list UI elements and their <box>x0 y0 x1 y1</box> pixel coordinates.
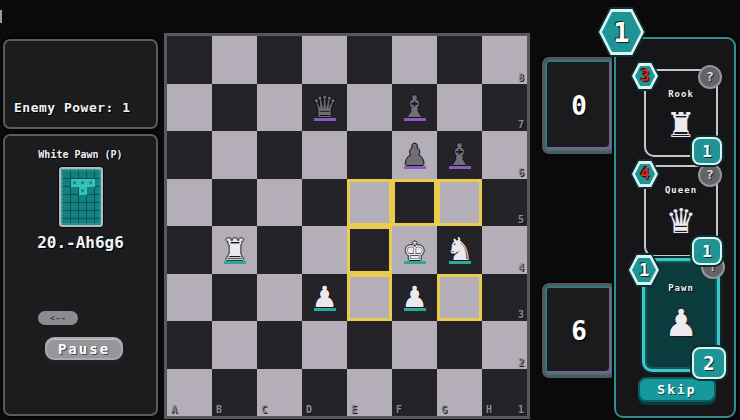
rank-label-7: 7 <box>518 119 524 130</box>
card-queen[interactable]: 4 ? Queen ♛ 1 <box>644 165 718 257</box>
square-g8[interactable] <box>437 36 482 84</box>
file-label-b: B <box>216 404 222 415</box>
black-pawn-piece: ♟ <box>404 134 426 172</box>
army-panel: 3 ? Rook ♜ 1 4 ? Queen ♛ 1 1 <box>614 37 736 418</box>
square-a5[interactable] <box>167 179 212 227</box>
selected-piece-title: White Pawn (P) <box>5 149 156 160</box>
square-b5[interactable] <box>212 179 257 227</box>
skip-button[interactable]: Skip <box>638 377 716 402</box>
square-b8[interactable] <box>212 36 257 84</box>
square-d5[interactable] <box>302 179 347 227</box>
square-c7[interactable] <box>257 84 302 132</box>
rank-label-6: 6 <box>518 167 524 178</box>
square-e4[interactable] <box>347 226 392 274</box>
card-pawn-selected[interactable]: 1 ? Pawn ♟ 2 <box>642 258 720 372</box>
square-a1[interactable]: A <box>167 369 212 417</box>
square-d8[interactable] <box>302 36 347 84</box>
black-bishop-piece: ♝ <box>449 134 471 172</box>
square-f1[interactable]: F <box>392 369 437 417</box>
square-d4[interactable] <box>302 226 347 274</box>
square-f7[interactable]: ♝ <box>392 84 437 132</box>
black-queen-piece: ♛ <box>314 86 336 124</box>
rank-label-2: 2 <box>518 357 524 368</box>
file-label-e: E <box>351 404 357 415</box>
movement-pattern-icon: ✕✕✕✕ <box>59 167 103 227</box>
board-grid: 8♛♝7♟♝65♜♚♞4♟♟32ABCDEFG1H <box>164 33 530 419</box>
rank-label-3: 3 <box>518 309 524 320</box>
game-screen: Enemy Power: 1 White Pawn (P) ✕✕✕✕ 20.-A… <box>0 0 740 420</box>
pawn-cost-badge: 1 <box>627 253 661 287</box>
white-pawn-piece: ♟ <box>404 276 426 314</box>
square-g7[interactable] <box>437 84 482 132</box>
movement-mark: ✕ <box>87 179 95 187</box>
queen-cost-badge: 4 <box>630 159 660 189</box>
square-h5[interactable]: 5 <box>482 179 527 227</box>
square-g1[interactable]: G <box>437 369 482 417</box>
square-c3[interactable] <box>257 274 302 322</box>
rook-count-badge: 1 <box>692 137 722 165</box>
queen-help-icon[interactable]: ? <box>698 163 722 187</box>
square-a4[interactable] <box>167 226 212 274</box>
queen-count-badge: 1 <box>692 237 722 265</box>
round-badge: 1 <box>597 7 646 57</box>
file-label-h: H <box>486 404 492 415</box>
card-rook[interactable]: 3 ? Rook ♜ 1 <box>644 69 718 157</box>
selected-piece-box: White Pawn (P) ✕✕✕✕ 20.-Ah6g6 <-- Pause <box>3 134 158 416</box>
square-b3[interactable] <box>212 274 257 322</box>
last-move-text: 20.-Ah6g6 <box>5 233 156 252</box>
square-c2[interactable] <box>257 321 302 369</box>
square-d6[interactable] <box>302 131 347 179</box>
square-e1[interactable]: E <box>347 369 392 417</box>
square-h4[interactable]: 4 <box>482 226 527 274</box>
square-a8[interactable] <box>167 36 212 84</box>
top-counter-value: 0 <box>571 91 587 121</box>
enemy-power-box: Enemy Power: 1 <box>3 39 158 129</box>
white-king-piece: ♚ <box>404 229 426 267</box>
square-a2[interactable] <box>167 321 212 369</box>
top-counter-box: 0 <box>542 57 616 154</box>
square-a3[interactable] <box>167 274 212 322</box>
rank-label-8: 8 <box>518 72 524 83</box>
square-h1[interactable]: 1H <box>482 369 527 417</box>
rank-label-1: 1 <box>518 404 524 415</box>
rook-help-icon[interactable]: ? <box>698 65 722 89</box>
square-e7[interactable] <box>347 84 392 132</box>
square-f2[interactable] <box>392 321 437 369</box>
file-label-g: G <box>441 404 447 415</box>
square-a6[interactable] <box>167 131 212 179</box>
square-d3[interactable]: ♟ <box>302 274 347 322</box>
square-e8[interactable] <box>347 36 392 84</box>
white-knight-piece: ♞ <box>449 229 471 267</box>
rank-label-4: 4 <box>518 262 524 273</box>
back-button[interactable]: <-- <box>38 311 78 325</box>
square-g5[interactable] <box>437 179 482 227</box>
square-d2[interactable] <box>302 321 347 369</box>
file-label-f: F <box>396 404 402 415</box>
pawn-count-badge: 2 <box>692 347 726 379</box>
rank-label-5: 5 <box>518 214 524 225</box>
white-pawn-piece: ♟ <box>314 276 336 314</box>
white-rook-piece: ♜ <box>224 229 246 267</box>
square-c1[interactable]: C <box>257 369 302 417</box>
bottom-counter-box: 6 <box>542 283 616 378</box>
square-e6[interactable] <box>347 131 392 179</box>
square-d7[interactable]: ♛ <box>302 84 347 132</box>
square-e5[interactable] <box>347 179 392 227</box>
screen-edge-artifact <box>0 10 2 23</box>
pawn-piece-icon: ♟ <box>645 293 717 347</box>
square-c4[interactable] <box>257 226 302 274</box>
square-a7[interactable] <box>167 84 212 132</box>
movement-mark: ✕ <box>79 187 87 195</box>
black-bishop-piece: ♝ <box>404 86 426 124</box>
square-e3[interactable] <box>347 274 392 322</box>
square-f3[interactable]: ♟ <box>392 274 437 322</box>
enemy-power-text: Enemy Power: 1 <box>14 100 131 115</box>
rook-cost-badge: 3 <box>630 61 660 91</box>
bottom-counter-value: 6 <box>571 316 587 346</box>
queen-piece-icon: ♛ <box>646 195 716 243</box>
square-b6[interactable] <box>212 131 257 179</box>
square-h2[interactable]: 2 <box>482 321 527 369</box>
pause-button[interactable]: Pause <box>45 337 123 360</box>
square-h8[interactable]: 8 <box>482 36 527 84</box>
file-label-d: D <box>306 404 312 415</box>
square-c8[interactable] <box>257 36 302 84</box>
file-label-c: C <box>261 404 267 415</box>
square-h3[interactable]: 3 <box>482 274 527 322</box>
square-h6[interactable]: 6 <box>482 131 527 179</box>
square-f6[interactable]: ♟ <box>392 131 437 179</box>
square-b1[interactable]: B <box>212 369 257 417</box>
square-f5[interactable] <box>392 179 437 227</box>
square-g2[interactable] <box>437 321 482 369</box>
movement-mark: ✕ <box>79 179 87 187</box>
square-g6[interactable]: ♝ <box>437 131 482 179</box>
square-c6[interactable] <box>257 131 302 179</box>
square-g3[interactable] <box>437 274 482 322</box>
file-label-a: A <box>171 404 177 415</box>
square-b2[interactable] <box>212 321 257 369</box>
square-d1[interactable]: D <box>302 369 347 417</box>
square-c5[interactable] <box>257 179 302 227</box>
square-b7[interactable] <box>212 84 257 132</box>
square-f8[interactable] <box>392 36 437 84</box>
square-f4[interactable]: ♚ <box>392 226 437 274</box>
square-e2[interactable] <box>347 321 392 369</box>
square-b4[interactable]: ♜ <box>212 226 257 274</box>
square-h7[interactable]: 7 <box>482 84 527 132</box>
square-g4[interactable]: ♞ <box>437 226 482 274</box>
movement-mark: ✕ <box>71 179 79 187</box>
